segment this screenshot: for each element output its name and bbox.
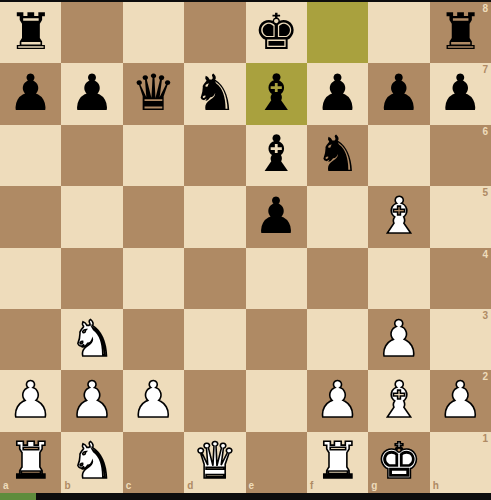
square-e7[interactable]: ♝ (246, 63, 307, 124)
file-label-f: f (310, 481, 313, 491)
square-g7[interactable]: ♟︎ (368, 63, 429, 124)
square-a7[interactable]: ♟︎ (0, 63, 61, 124)
square-d8[interactable] (184, 2, 245, 63)
piece-white-knight[interactable]: ♞ (70, 436, 115, 486)
square-h8[interactable]: ♜8 (430, 2, 491, 63)
square-d6[interactable] (184, 125, 245, 186)
piece-black-rook[interactable]: ♜ (438, 7, 483, 57)
square-e1[interactable]: e (246, 432, 307, 493)
rank-label-1: 1 (482, 434, 488, 444)
square-d7[interactable]: ♞ (184, 63, 245, 124)
square-d5[interactable] (184, 186, 245, 247)
piece-white-pawn[interactable]: ♟︎ (438, 375, 483, 425)
piece-white-queen[interactable]: ♛ (192, 436, 237, 486)
square-e4[interactable] (246, 248, 307, 309)
square-f2[interactable]: ♟︎ (307, 370, 368, 431)
square-d4[interactable] (184, 248, 245, 309)
piece-black-bishop[interactable]: ♝ (254, 68, 299, 118)
square-b2[interactable]: ♟︎ (61, 370, 122, 431)
file-label-h: h (433, 481, 439, 491)
piece-black-pawn[interactable]: ♟︎ (254, 191, 299, 241)
square-e8[interactable]: ♚ (246, 2, 307, 63)
square-g2[interactable]: ♝ (368, 370, 429, 431)
piece-black-rook[interactable]: ♜ (8, 7, 53, 57)
rank-label-4: 4 (482, 250, 488, 260)
square-c5[interactable] (123, 186, 184, 247)
square-f7[interactable]: ♟︎ (307, 63, 368, 124)
square-f5[interactable] (307, 186, 368, 247)
square-e2[interactable] (246, 370, 307, 431)
square-a3[interactable] (0, 309, 61, 370)
file-label-g: g (371, 481, 377, 491)
square-g4[interactable] (368, 248, 429, 309)
square-a1[interactable]: ♜a (0, 432, 61, 493)
square-e3[interactable] (246, 309, 307, 370)
piece-black-knight[interactable]: ♞ (192, 68, 237, 118)
file-label-d: d (187, 481, 193, 491)
file-label-b: b (64, 481, 70, 491)
square-a4[interactable] (0, 248, 61, 309)
piece-black-pawn[interactable]: ♟︎ (8, 68, 53, 118)
rank-label-6: 6 (482, 127, 488, 137)
square-a6[interactable] (0, 125, 61, 186)
piece-white-rook[interactable]: ♜ (8, 436, 53, 486)
piece-white-rook[interactable]: ♜ (315, 436, 360, 486)
rank-label-2: 2 (482, 372, 488, 382)
square-g5[interactable]: ♝ (368, 186, 429, 247)
square-b3[interactable]: ♞ (61, 309, 122, 370)
rank-label-7: 7 (482, 65, 488, 75)
square-c8[interactable] (123, 2, 184, 63)
square-e6[interactable]: ♝ (246, 125, 307, 186)
piece-white-pawn[interactable]: ♟︎ (131, 375, 176, 425)
square-h6[interactable]: 6 (430, 125, 491, 186)
piece-black-knight[interactable]: ♞ (315, 129, 360, 179)
piece-white-knight[interactable]: ♞ (70, 314, 115, 364)
square-c1[interactable]: c (123, 432, 184, 493)
board-frame: ♜♚♜8♟︎♟︎♛♞♝♟︎♟︎♟︎7♝♞6♟︎♝54♞♟︎3♟︎♟︎♟︎♟︎♝♟… (0, 0, 491, 500)
piece-black-pawn[interactable]: ♟︎ (70, 68, 115, 118)
file-label-a: a (3, 481, 9, 491)
piece-black-pawn[interactable]: ♟︎ (315, 68, 360, 118)
progress-bar-fill (0, 493, 36, 500)
square-a8[interactable]: ♜ (0, 2, 61, 63)
square-f4[interactable] (307, 248, 368, 309)
square-d3[interactable] (184, 309, 245, 370)
piece-white-pawn[interactable]: ♟︎ (70, 375, 115, 425)
square-c3[interactable] (123, 309, 184, 370)
piece-white-bishop[interactable]: ♝ (377, 191, 422, 241)
piece-white-king[interactable]: ♚ (377, 436, 422, 486)
piece-white-pawn[interactable]: ♟︎ (315, 375, 360, 425)
square-c2[interactable]: ♟︎ (123, 370, 184, 431)
square-h4[interactable]: 4 (430, 248, 491, 309)
square-h7[interactable]: ♟︎7 (430, 63, 491, 124)
square-d2[interactable] (184, 370, 245, 431)
piece-black-pawn[interactable]: ♟︎ (377, 68, 422, 118)
square-b8[interactable] (61, 2, 122, 63)
square-f6[interactable]: ♞ (307, 125, 368, 186)
file-label-c: c (126, 481, 132, 491)
square-b7[interactable]: ♟︎ (61, 63, 122, 124)
square-b6[interactable] (61, 125, 122, 186)
piece-white-pawn[interactable]: ♟︎ (8, 375, 53, 425)
rank-label-8: 8 (482, 4, 488, 14)
square-b1[interactable]: ♞b (61, 432, 122, 493)
square-c6[interactable] (123, 125, 184, 186)
square-h2[interactable]: ♟︎2 (430, 370, 491, 431)
square-c7[interactable]: ♛ (123, 63, 184, 124)
square-f8[interactable] (307, 2, 368, 63)
square-g8[interactable] (368, 2, 429, 63)
piece-black-king[interactable]: ♚ (254, 7, 299, 57)
chess-board: ♜♚♜8♟︎♟︎♛♞♝♟︎♟︎♟︎7♝♞6♟︎♝54♞♟︎3♟︎♟︎♟︎♟︎♝♟… (0, 2, 491, 493)
square-f1[interactable]: ♜f (307, 432, 368, 493)
piece-black-pawn[interactable]: ♟︎ (438, 68, 483, 118)
square-d1[interactable]: ♛d (184, 432, 245, 493)
square-g3[interactable]: ♟︎ (368, 309, 429, 370)
bottom-bar (0, 493, 491, 500)
rank-label-3: 3 (482, 311, 488, 321)
square-b4[interactable] (61, 248, 122, 309)
piece-white-pawn[interactable]: ♟︎ (377, 314, 422, 364)
file-label-e: e (249, 481, 255, 491)
square-g6[interactable] (368, 125, 429, 186)
square-e5[interactable]: ♟︎ (246, 186, 307, 247)
rank-label-5: 5 (482, 188, 488, 198)
piece-white-bishop[interactable]: ♝ (377, 375, 422, 425)
square-h3[interactable]: 3 (430, 309, 491, 370)
square-a2[interactable]: ♟︎ (0, 370, 61, 431)
square-c4[interactable] (123, 248, 184, 309)
square-h5[interactable]: 5 (430, 186, 491, 247)
square-a5[interactable] (0, 186, 61, 247)
square-f3[interactable] (307, 309, 368, 370)
piece-black-queen[interactable]: ♛ (131, 68, 176, 118)
piece-black-bishop[interactable]: ♝ (254, 129, 299, 179)
square-h1[interactable]: h1 (430, 432, 491, 493)
square-g1[interactable]: ♚g (368, 432, 429, 493)
square-b5[interactable] (61, 186, 122, 247)
